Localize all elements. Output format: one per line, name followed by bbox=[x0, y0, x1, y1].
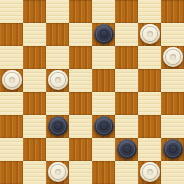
square-e4 bbox=[92, 92, 115, 115]
square-a1[interactable] bbox=[0, 161, 23, 184]
black-man-f2[interactable] bbox=[117, 139, 137, 159]
square-g6 bbox=[138, 46, 161, 69]
square-f5 bbox=[115, 69, 138, 92]
square-d2[interactable] bbox=[69, 138, 92, 161]
square-h1 bbox=[161, 161, 184, 184]
square-d4[interactable] bbox=[69, 92, 92, 115]
square-a5[interactable] bbox=[0, 69, 23, 92]
black-man-e3[interactable] bbox=[94, 116, 114, 136]
square-b5 bbox=[23, 69, 46, 92]
white-man-g7[interactable] bbox=[140, 24, 160, 44]
square-c6 bbox=[46, 46, 69, 69]
square-f6[interactable] bbox=[115, 46, 138, 69]
square-a7[interactable] bbox=[0, 23, 23, 46]
black-man-e7[interactable] bbox=[94, 24, 114, 44]
square-a3[interactable] bbox=[0, 115, 23, 138]
square-g2 bbox=[138, 138, 161, 161]
square-c4 bbox=[46, 92, 69, 115]
square-a8 bbox=[0, 0, 23, 23]
square-h3 bbox=[161, 115, 184, 138]
square-d1 bbox=[69, 161, 92, 184]
square-a4 bbox=[0, 92, 23, 115]
square-c3[interactable] bbox=[46, 115, 69, 138]
square-e6 bbox=[92, 46, 115, 69]
checkers-board bbox=[0, 0, 184, 184]
square-e5[interactable] bbox=[92, 69, 115, 92]
square-h5 bbox=[161, 69, 184, 92]
square-h2[interactable] bbox=[161, 138, 184, 161]
square-d6[interactable] bbox=[69, 46, 92, 69]
square-c7[interactable] bbox=[46, 23, 69, 46]
square-d3 bbox=[69, 115, 92, 138]
square-f4[interactable] bbox=[115, 92, 138, 115]
square-c5[interactable] bbox=[46, 69, 69, 92]
white-man-c1[interactable] bbox=[48, 162, 68, 182]
white-man-g1[interactable] bbox=[140, 162, 160, 182]
square-a2 bbox=[0, 138, 23, 161]
square-b4[interactable] bbox=[23, 92, 46, 115]
square-b6[interactable] bbox=[23, 46, 46, 69]
square-d7 bbox=[69, 23, 92, 46]
square-g5[interactable] bbox=[138, 69, 161, 92]
square-c8 bbox=[46, 0, 69, 23]
white-man-a5[interactable] bbox=[2, 70, 22, 90]
square-g3[interactable] bbox=[138, 115, 161, 138]
white-man-c5[interactable] bbox=[48, 70, 68, 90]
square-f3 bbox=[115, 115, 138, 138]
black-man-c3[interactable] bbox=[48, 116, 68, 136]
square-g8 bbox=[138, 0, 161, 23]
square-e7[interactable] bbox=[92, 23, 115, 46]
square-b8[interactable] bbox=[23, 0, 46, 23]
square-b1 bbox=[23, 161, 46, 184]
square-h4[interactable] bbox=[161, 92, 184, 115]
square-c2 bbox=[46, 138, 69, 161]
square-e2 bbox=[92, 138, 115, 161]
square-c1[interactable] bbox=[46, 161, 69, 184]
square-g4 bbox=[138, 92, 161, 115]
square-a6 bbox=[0, 46, 23, 69]
square-f1 bbox=[115, 161, 138, 184]
square-e1[interactable] bbox=[92, 161, 115, 184]
square-f2[interactable] bbox=[115, 138, 138, 161]
square-d5 bbox=[69, 69, 92, 92]
square-g7[interactable] bbox=[138, 23, 161, 46]
square-h8[interactable] bbox=[161, 0, 184, 23]
square-h7 bbox=[161, 23, 184, 46]
square-e8 bbox=[92, 0, 115, 23]
square-b7 bbox=[23, 23, 46, 46]
square-b2[interactable] bbox=[23, 138, 46, 161]
square-g1[interactable] bbox=[138, 161, 161, 184]
square-d8[interactable] bbox=[69, 0, 92, 23]
square-f7 bbox=[115, 23, 138, 46]
square-h6[interactable] bbox=[161, 46, 184, 69]
white-man-h6[interactable] bbox=[163, 47, 183, 67]
square-f8[interactable] bbox=[115, 0, 138, 23]
square-b3 bbox=[23, 115, 46, 138]
black-man-h2[interactable] bbox=[163, 139, 183, 159]
square-e3[interactable] bbox=[92, 115, 115, 138]
